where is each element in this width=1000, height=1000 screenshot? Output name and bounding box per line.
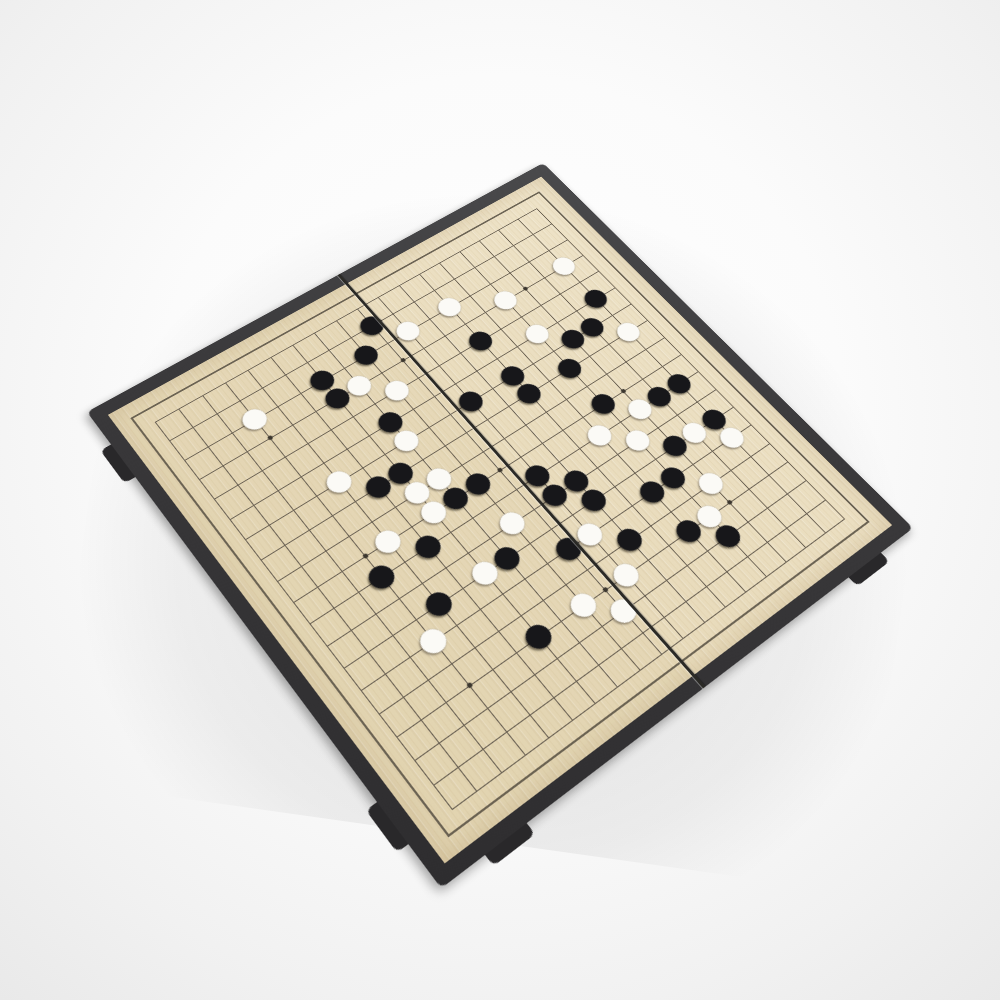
white-stone[interactable]: ● bbox=[368, 521, 412, 559]
white-stone[interactable]: ● bbox=[413, 619, 459, 660]
white-stone[interactable]: ● bbox=[235, 401, 277, 435]
black-stone[interactable]: ● bbox=[408, 527, 452, 565]
white-stone[interactable]: ● bbox=[378, 373, 419, 406]
board-foot bbox=[366, 802, 409, 852]
photo-scene: ●●●●●●●●●●●●●●●●●●●●●●●●●●●●●●●●●●●●●●●●… bbox=[0, 0, 1000, 1000]
white-stone[interactable]: ● bbox=[320, 463, 363, 499]
black-stone[interactable]: ● bbox=[361, 556, 406, 595]
black-stone[interactable]: ● bbox=[419, 583, 464, 623]
white-stone[interactable]: ● bbox=[431, 291, 471, 322]
